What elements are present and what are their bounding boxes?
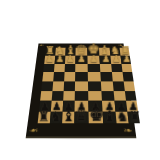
- square-r2c1: [54, 64, 65, 73]
- gold-p-piece: ♟: [89, 55, 97, 64]
- square-r1c4: ♟: [87, 56, 100, 64]
- square-r6c7: ♟: [126, 101, 139, 112]
- black-p-piece: ♟: [104, 101, 114, 112]
- gold-k-piece: ♚: [87, 42, 99, 56]
- square-r7c0: ♜: [38, 112, 51, 124]
- square-r6c5: ♟: [102, 101, 115, 112]
- square-r4c5: [101, 81, 113, 91]
- black-p-piece: ♟: [52, 101, 62, 112]
- gold-b-piece: ♝: [100, 44, 111, 56]
- square-r5c7: [124, 91, 137, 101]
- square-r1c5: ♟: [100, 56, 111, 64]
- square-r3c4: [88, 72, 102, 81]
- gold-p-piece: ♟: [55, 55, 63, 64]
- gold-p-piece: ♟: [77, 55, 85, 64]
- square-r0c4: ♚: [87, 48, 100, 56]
- gold-b-piece: ♝: [65, 44, 76, 56]
- gold-q-piece: ♛: [76, 43, 88, 56]
- square-r7c7: ♜: [127, 112, 140, 124]
- gold-r-piece: ♜: [45, 45, 55, 56]
- gold-r-piece: ♜: [120, 45, 130, 56]
- square-r2c0: [43, 64, 54, 73]
- square-r2c5: [100, 64, 112, 73]
- square-r6c4: ♟: [88, 101, 103, 112]
- square-r6c0: ♟: [39, 101, 51, 112]
- chess-board: ❧ ❧ ❧ ❧ ♜♞♝♛♚♝♞♜♟♟♟♟♟♟♟♟♟♟♟♟♟♟♟♟♜♞♝♛♚♝♞♜: [26, 44, 136, 137]
- square-r6c3: ♟: [75, 101, 89, 112]
- square-r3c2: [64, 72, 76, 81]
- square-r6c2: ♟: [62, 101, 75, 112]
- black-p-piece: ♟: [64, 101, 74, 112]
- black-b-piece: ♝: [62, 109, 75, 123]
- square-r3c6: [112, 72, 124, 81]
- square-r5c4: [88, 91, 102, 101]
- square-r1c7: ♟: [120, 56, 131, 64]
- square-r4c4: [88, 81, 102, 91]
- square-r7c1: ♞: [50, 112, 63, 124]
- gold-n-piece: ♞: [55, 45, 65, 56]
- black-n-piece: ♞: [50, 110, 62, 123]
- corner-flourish-icon: ❧: [118, 44, 123, 47]
- corner-flourish-icon: ❧: [39, 44, 44, 47]
- black-p-piece: ♟: [91, 101, 101, 112]
- square-r7c5: ♝: [103, 112, 117, 124]
- square-r5c5: [102, 91, 115, 101]
- square-r6c6: ♟: [114, 101, 127, 112]
- black-p-piece: ♟: [77, 101, 87, 112]
- black-n-piece: ♞: [116, 110, 128, 123]
- square-r6c1: ♟: [51, 101, 63, 112]
- square-r3c3: [75, 72, 87, 81]
- square-r0c3: ♛: [76, 48, 88, 56]
- square-r4c7: [123, 81, 135, 91]
- black-b-piece: ♝: [103, 109, 116, 123]
- square-r5c2: [63, 91, 75, 101]
- square-r0c5: ♝: [99, 48, 110, 56]
- square-r1c3: ♟: [76, 56, 88, 64]
- chess-set-photo: ❧ ❧ ❧ ❧ ♜♞♝♛♚♝♞♜♟♟♟♟♟♟♟♟♟♟♟♟♟♟♟♟♜♞♝♛♚♝♞♜: [0, 0, 160, 160]
- square-r5c0: [40, 91, 52, 101]
- square-r0c2: ♝: [65, 48, 76, 56]
- square-r2c4: [87, 64, 100, 73]
- square-r2c7: [121, 64, 132, 73]
- corner-flourish-icon: ❧: [123, 126, 133, 134]
- square-r7c4: ♚: [88, 112, 103, 124]
- square-r1c2: ♟: [65, 56, 76, 64]
- square-r3c1: [53, 72, 64, 81]
- board-grid: ♜♞♝♛♚♝♞♜♟♟♟♟♟♟♟♟♟♟♟♟♟♟♟♟♜♞♝♛♚♝♞♜: [38, 48, 125, 124]
- square-r0c7: ♜: [119, 48, 130, 56]
- black-p-piece: ♟: [116, 101, 126, 112]
- gold-p-piece: ♟: [122, 55, 130, 64]
- square-r2c3: [75, 64, 87, 73]
- square-r3c7: [122, 72, 134, 81]
- square-r5c1: [51, 91, 63, 101]
- square-r4c0: [41, 81, 53, 91]
- square-r4c2: [63, 81, 75, 91]
- black-r-piece: ♜: [38, 110, 50, 123]
- gold-p-piece: ♟: [45, 55, 53, 64]
- square-r7c2: ♝: [62, 112, 75, 124]
- square-r0c1: ♞: [55, 48, 65, 56]
- square-r4c1: [52, 81, 63, 91]
- gold-p-piece: ♟: [101, 55, 109, 64]
- gold-p-piece: ♟: [66, 55, 74, 64]
- black-p-piece: ♟: [40, 101, 50, 112]
- black-p-piece: ♟: [128, 101, 138, 112]
- square-r2c2: [64, 64, 75, 73]
- square-r3c0: [42, 72, 53, 81]
- corner-flourish-icon: ❧: [28, 126, 38, 134]
- square-r1c1: ♟: [54, 56, 65, 64]
- square-r5c3: [75, 91, 88, 101]
- square-r3c5: [101, 72, 113, 81]
- black-r-piece: ♜: [128, 110, 140, 123]
- gold-p-piece: ♟: [112, 55, 120, 64]
- square-r7c3: ♛: [75, 112, 89, 124]
- square-r4c3: [75, 81, 88, 91]
- square-r4c6: [113, 81, 125, 91]
